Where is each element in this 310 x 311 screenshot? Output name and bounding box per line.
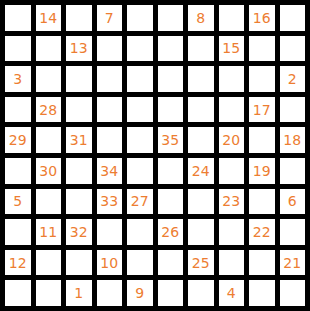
cell-r5c5[interactable]: [127, 127, 153, 153]
cell-r6c2-clue: 30: [36, 158, 62, 184]
cell-r9c7-clue: 25: [188, 250, 214, 276]
cell-r9c8[interactable]: [219, 250, 245, 276]
cell-r5c10-clue: 18: [280, 127, 306, 153]
cell-r6c10[interactable]: [280, 158, 306, 184]
cell-r3c10-clue: 2: [280, 66, 306, 92]
cell-r8c6-clue: 26: [158, 219, 184, 245]
cell-r2c6[interactable]: [158, 36, 184, 62]
cell-r5c3-clue: 31: [66, 127, 92, 153]
cell-r4c3[interactable]: [66, 97, 92, 123]
cell-r6c6[interactable]: [158, 158, 184, 184]
cell-r2c2[interactable]: [36, 36, 62, 62]
cell-r5c6-clue: 35: [158, 127, 184, 153]
cell-r5c9[interactable]: [249, 127, 275, 153]
cell-r10c5-clue: 9: [127, 280, 153, 306]
cell-r9c4-clue: 10: [97, 250, 123, 276]
cell-r4c8[interactable]: [219, 97, 245, 123]
cell-r3c8[interactable]: [219, 66, 245, 92]
cell-r8c8[interactable]: [219, 219, 245, 245]
cell-r1c4-clue: 7: [97, 5, 123, 31]
cell-r10c6[interactable]: [158, 280, 184, 306]
cell-r9c9[interactable]: [249, 250, 275, 276]
cell-r2c8-clue: 15: [219, 36, 245, 62]
cell-r4c7[interactable]: [188, 97, 214, 123]
cell-r8c4[interactable]: [97, 219, 123, 245]
cell-r2c9[interactable]: [249, 36, 275, 62]
cell-r8c3-clue: 32: [66, 219, 92, 245]
cell-r3c6[interactable]: [158, 66, 184, 92]
cell-r8c5[interactable]: [127, 219, 153, 245]
cell-r10c10[interactable]: [280, 280, 306, 306]
puzzle-board: 1478161315322817293135201830342419533272…: [0, 0, 310, 311]
cell-r1c3[interactable]: [66, 5, 92, 31]
cell-r1c2-clue: 14: [36, 5, 62, 31]
cell-r10c9[interactable]: [249, 280, 275, 306]
cell-r7c7[interactable]: [188, 189, 214, 215]
cell-r5c8-clue: 20: [219, 127, 245, 153]
cell-r9c1-clue: 12: [5, 250, 31, 276]
cell-r4c5[interactable]: [127, 97, 153, 123]
cell-r6c7-clue: 24: [188, 158, 214, 184]
cell-r6c8[interactable]: [219, 158, 245, 184]
cell-r2c10[interactable]: [280, 36, 306, 62]
cell-r1c9-clue: 16: [249, 5, 275, 31]
cell-r10c4[interactable]: [97, 280, 123, 306]
cell-r8c9-clue: 22: [249, 219, 275, 245]
cell-r1c10[interactable]: [280, 5, 306, 31]
cell-r2c3-clue: 13: [66, 36, 92, 62]
cell-r7c8-clue: 23: [219, 189, 245, 215]
cell-r5c1-clue: 29: [5, 127, 31, 153]
cell-r10c2[interactable]: [36, 280, 62, 306]
cell-r1c5[interactable]: [127, 5, 153, 31]
cell-r7c10-clue: 6: [280, 189, 306, 215]
cell-r3c7[interactable]: [188, 66, 214, 92]
cell-r9c5[interactable]: [127, 250, 153, 276]
cell-r1c8[interactable]: [219, 5, 245, 31]
cell-r9c6[interactable]: [158, 250, 184, 276]
cell-r8c10[interactable]: [280, 219, 306, 245]
cell-r6c9-clue: 19: [249, 158, 275, 184]
cell-r2c4[interactable]: [97, 36, 123, 62]
cell-r7c2[interactable]: [36, 189, 62, 215]
cell-r8c2-clue: 11: [36, 219, 62, 245]
cell-r5c2[interactable]: [36, 127, 62, 153]
cell-r9c2[interactable]: [36, 250, 62, 276]
cell-r4c9-clue: 17: [249, 97, 275, 123]
cell-r7c4-clue: 33: [97, 189, 123, 215]
cell-r4c6[interactable]: [158, 97, 184, 123]
cell-r1c7-clue: 8: [188, 5, 214, 31]
cell-r10c8-clue: 4: [219, 280, 245, 306]
cell-r9c10-clue: 21: [280, 250, 306, 276]
cell-r3c9[interactable]: [249, 66, 275, 92]
cell-r5c4[interactable]: [97, 127, 123, 153]
cell-r9c3[interactable]: [66, 250, 92, 276]
cell-r2c1[interactable]: [5, 36, 31, 62]
cell-r5c7[interactable]: [188, 127, 214, 153]
cell-r6c5[interactable]: [127, 158, 153, 184]
cell-r3c1-clue: 3: [5, 66, 31, 92]
cell-r3c5[interactable]: [127, 66, 153, 92]
cell-r8c1[interactable]: [5, 219, 31, 245]
cell-r10c1[interactable]: [5, 280, 31, 306]
cell-r7c3[interactable]: [66, 189, 92, 215]
cell-r4c1[interactable]: [5, 97, 31, 123]
cell-r6c4-clue: 34: [97, 158, 123, 184]
cell-r7c5-clue: 27: [127, 189, 153, 215]
cell-r10c3-clue: 1: [66, 280, 92, 306]
cell-r6c1[interactable]: [5, 158, 31, 184]
cell-r1c6[interactable]: [158, 5, 184, 31]
cell-r3c3[interactable]: [66, 66, 92, 92]
cell-r7c9[interactable]: [249, 189, 275, 215]
cell-r6c3[interactable]: [66, 158, 92, 184]
cell-r8c7[interactable]: [188, 219, 214, 245]
cell-r4c10[interactable]: [280, 97, 306, 123]
cell-r2c7[interactable]: [188, 36, 214, 62]
cell-r1c1[interactable]: [5, 5, 31, 31]
cell-r2c5[interactable]: [127, 36, 153, 62]
cell-r4c4[interactable]: [97, 97, 123, 123]
cell-r10c7[interactable]: [188, 280, 214, 306]
cell-r7c1-clue: 5: [5, 189, 31, 215]
cell-r3c2[interactable]: [36, 66, 62, 92]
cell-r7c6[interactable]: [158, 189, 184, 215]
cell-r4c2-clue: 28: [36, 97, 62, 123]
cell-r3c4[interactable]: [97, 66, 123, 92]
